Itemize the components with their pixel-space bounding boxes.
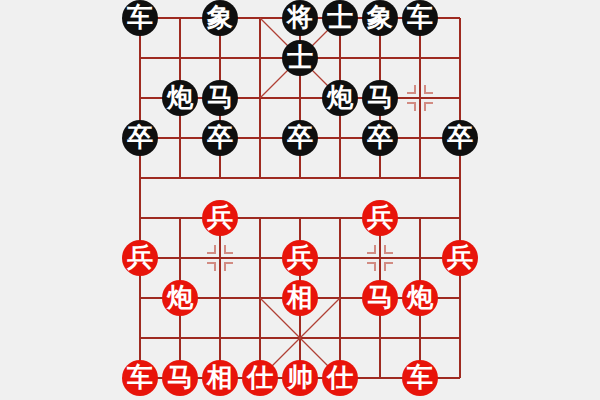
piece-black-elephant[interactable]: 象 (202, 0, 238, 36)
piece-black-soldier[interactable]: 卒 (282, 120, 318, 156)
piece-red-cannon[interactable]: 炮 (402, 280, 438, 316)
piece-red-elephant[interactable]: 相 (202, 360, 238, 396)
piece-black-general[interactable]: 将 (282, 0, 318, 36)
xiangqi-board: 车象将士象车士炮马炮马卒卒卒卒卒兵兵兵兵兵炮相马炮车马相仕帅仕车 (0, 0, 600, 400)
piece-black-horse[interactable]: 马 (362, 80, 398, 116)
piece-black-advisor[interactable]: 士 (322, 0, 358, 36)
piece-black-soldier[interactable]: 卒 (122, 120, 158, 156)
pieces-layer: 车象将士象车士炮马炮马卒卒卒卒卒兵兵兵兵兵炮相马炮车马相仕帅仕车 (120, 0, 480, 398)
piece-black-horse[interactable]: 马 (202, 80, 238, 116)
piece-black-elephant[interactable]: 象 (362, 0, 398, 36)
piece-black-soldier[interactable]: 卒 (442, 120, 478, 156)
piece-red-cannon[interactable]: 炮 (162, 280, 198, 316)
piece-black-chariot[interactable]: 车 (402, 0, 438, 36)
piece-red-soldier[interactable]: 兵 (442, 240, 478, 276)
piece-red-general[interactable]: 帅 (282, 360, 318, 396)
piece-black-advisor[interactable]: 士 (282, 40, 318, 76)
piece-red-advisor[interactable]: 仕 (242, 360, 278, 396)
piece-red-advisor[interactable]: 仕 (322, 360, 358, 396)
piece-red-horse[interactable]: 马 (162, 360, 198, 396)
piece-red-chariot[interactable]: 车 (402, 360, 438, 396)
piece-black-soldier[interactable]: 卒 (202, 120, 238, 156)
piece-black-cannon[interactable]: 炮 (162, 80, 198, 116)
piece-red-soldier[interactable]: 兵 (282, 240, 318, 276)
piece-black-soldier[interactable]: 卒 (362, 120, 398, 156)
piece-red-soldier[interactable]: 兵 (122, 240, 158, 276)
piece-red-soldier[interactable]: 兵 (202, 200, 238, 236)
piece-black-chariot[interactable]: 车 (122, 0, 158, 36)
piece-red-chariot[interactable]: 车 (122, 360, 158, 396)
piece-red-soldier[interactable]: 兵 (362, 200, 398, 236)
piece-red-elephant[interactable]: 相 (282, 280, 318, 316)
piece-red-horse[interactable]: 马 (362, 280, 398, 316)
piece-black-cannon[interactable]: 炮 (322, 80, 358, 116)
